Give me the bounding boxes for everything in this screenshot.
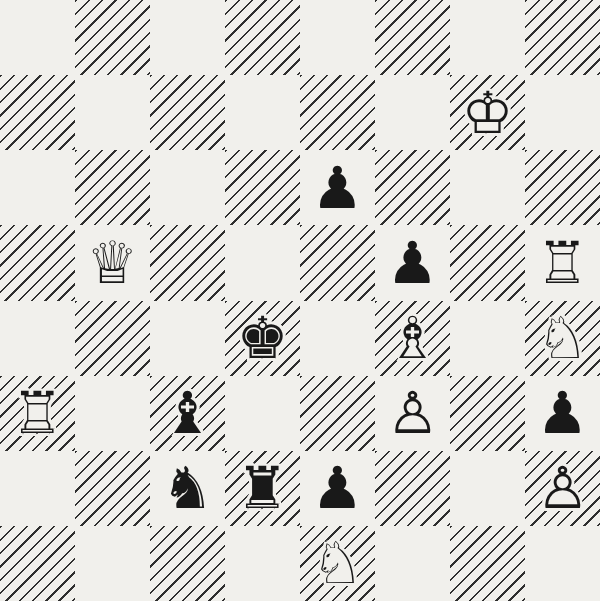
square-a3: ♜♖ <box>0 376 75 451</box>
piece-glyph: ♙ <box>387 384 439 442</box>
square-b2 <box>75 451 150 526</box>
square-f1 <box>375 526 450 601</box>
square-b1 <box>75 526 150 601</box>
square-d5 <box>225 225 300 300</box>
white-bishop-f4: ♝♗ <box>375 301 450 376</box>
square-h1 <box>525 526 600 601</box>
square-g6 <box>450 150 525 225</box>
square-c5 <box>150 225 225 300</box>
piece-glyph: ♞ <box>162 459 214 517</box>
square-h7 <box>525 75 600 150</box>
square-h5: ♜♖ <box>525 225 600 300</box>
square-b7 <box>75 75 150 150</box>
piece-glyph: ♙ <box>537 459 589 517</box>
square-f7 <box>375 75 450 150</box>
square-h4: ♞♘ <box>525 301 600 376</box>
piece-glyph: ♜ <box>237 459 289 517</box>
square-f5: ♟♟ <box>375 225 450 300</box>
square-g8 <box>450 0 525 75</box>
square-e2: ♟♟ <box>300 451 375 526</box>
piece-glyph: ♟ <box>387 234 439 292</box>
black-pawn-f5: ♟♟ <box>375 225 450 300</box>
square-f8 <box>375 0 450 75</box>
piece-glyph: ♖ <box>12 384 64 442</box>
square-e6: ♟♟ <box>300 150 375 225</box>
square-c1 <box>150 526 225 601</box>
square-c8 <box>150 0 225 75</box>
square-d1 <box>225 526 300 601</box>
square-e3 <box>300 376 375 451</box>
square-a2 <box>0 451 75 526</box>
square-g2 <box>450 451 525 526</box>
piece-glyph: ♟ <box>312 159 364 217</box>
black-bishop-c3: ♝♝ <box>150 376 225 451</box>
square-c3: ♝♝ <box>150 376 225 451</box>
square-c6 <box>150 150 225 225</box>
white-queen-b5: ♛♕ <box>75 225 150 300</box>
square-c7 <box>150 75 225 150</box>
piece-glyph: ♔ <box>462 84 514 142</box>
square-h2: ♟♙ <box>525 451 600 526</box>
piece-glyph: ♘ <box>537 309 589 367</box>
square-e5 <box>300 225 375 300</box>
piece-glyph: ♟ <box>537 384 589 442</box>
square-d7 <box>225 75 300 150</box>
square-b8 <box>75 0 150 75</box>
piece-glyph: ♝ <box>162 384 214 442</box>
piece-glyph: ♚ <box>237 309 289 367</box>
black-knight-c2: ♞♞ <box>150 451 225 526</box>
square-a1 <box>0 526 75 601</box>
square-a4 <box>0 301 75 376</box>
square-b6 <box>75 150 150 225</box>
square-h3: ♟♟ <box>525 376 600 451</box>
square-a5 <box>0 225 75 300</box>
square-d2: ♜♜ <box>225 451 300 526</box>
square-a7 <box>0 75 75 150</box>
black-pawn-e6: ♟♟ <box>300 150 375 225</box>
white-rook-h5: ♜♖ <box>525 225 600 300</box>
black-pawn-e2: ♟♟ <box>300 451 375 526</box>
square-b3 <box>75 376 150 451</box>
chess-diagram: ♚♔♟♟♛♕♟♟♜♖♚♚♝♗♞♘♜♖♝♝♟♙♟♟♞♞♜♜♟♟♟♙♞♘ <box>0 0 600 601</box>
white-rook-a3: ♜♖ <box>0 376 75 451</box>
square-a8 <box>0 0 75 75</box>
square-h6 <box>525 150 600 225</box>
piece-glyph: ♖ <box>537 234 589 292</box>
square-e8 <box>300 0 375 75</box>
square-b4 <box>75 301 150 376</box>
white-pawn-f3: ♟♙ <box>375 376 450 451</box>
piece-glyph: ♟ <box>312 459 364 517</box>
black-rook-d2: ♜♜ <box>225 451 300 526</box>
square-f2 <box>375 451 450 526</box>
white-knight-h4: ♞♘ <box>525 301 600 376</box>
square-g7: ♚♔ <box>450 75 525 150</box>
square-f4: ♝♗ <box>375 301 450 376</box>
square-g4 <box>450 301 525 376</box>
square-f6 <box>375 150 450 225</box>
square-e7 <box>300 75 375 150</box>
black-king-d4: ♚♚ <box>225 301 300 376</box>
white-king-g7: ♚♔ <box>450 75 525 150</box>
piece-glyph: ♕ <box>87 234 139 292</box>
square-f3: ♟♙ <box>375 376 450 451</box>
square-d6 <box>225 150 300 225</box>
white-pawn-h2: ♟♙ <box>525 451 600 526</box>
square-b5: ♛♕ <box>75 225 150 300</box>
square-d3 <box>225 376 300 451</box>
chessboard: ♚♔♟♟♛♕♟♟♜♖♚♚♝♗♞♘♜♖♝♝♟♙♟♟♞♞♜♜♟♟♟♙♞♘ <box>0 0 600 601</box>
square-c4 <box>150 301 225 376</box>
square-g3 <box>450 376 525 451</box>
square-e1: ♞♘ <box>300 526 375 601</box>
square-h8 <box>525 0 600 75</box>
square-a6 <box>0 150 75 225</box>
piece-glyph: ♘ <box>312 534 364 592</box>
square-g1 <box>450 526 525 601</box>
square-c2: ♞♞ <box>150 451 225 526</box>
piece-glyph: ♗ <box>387 309 439 367</box>
white-knight-e1: ♞♘ <box>300 526 375 601</box>
square-g5 <box>450 225 525 300</box>
square-e4 <box>300 301 375 376</box>
square-d8 <box>225 0 300 75</box>
black-pawn-h3: ♟♟ <box>525 376 600 451</box>
square-d4: ♚♚ <box>225 301 300 376</box>
